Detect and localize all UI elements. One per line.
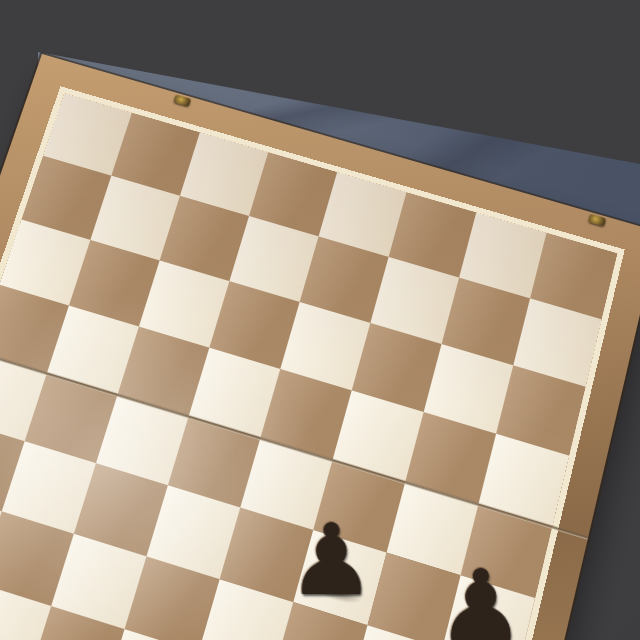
brass-hinge-icon	[173, 94, 191, 106]
photo-scene: ♟♟	[0, 0, 640, 640]
piece-black-pawn-f3: ♟	[287, 511, 375, 610]
square-h3: ♟	[442, 575, 535, 640]
chess-board: ♟♟	[0, 54, 640, 640]
brass-hinge-icon	[588, 214, 606, 227]
board-frame: ♟♟	[0, 54, 640, 640]
piece-black-pawn-h3: ♟	[436, 557, 525, 640]
